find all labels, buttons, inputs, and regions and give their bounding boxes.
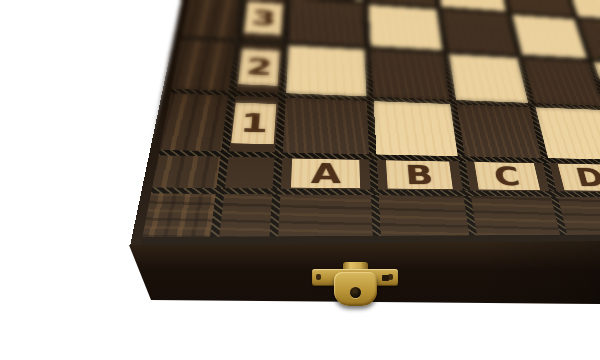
file-label-a: A [291, 159, 360, 189]
latch-hasp-hole [350, 287, 361, 298]
brass-latch [306, 256, 402, 312]
latch-hasp [334, 272, 377, 306]
square-b1 [370, 98, 462, 158]
file-label-b: B [386, 160, 453, 189]
rank-label-3: 3 [244, 2, 283, 35]
file-label-d: D [558, 164, 600, 191]
latch-screw-icon [316, 274, 321, 280]
file-label-c: C [474, 162, 540, 190]
chess-board-top: ABCDEFGH12345678 [130, 0, 600, 246]
square-a2 [282, 43, 370, 98]
rank-label-1: 1 [231, 103, 276, 145]
latch-catch-slot [382, 275, 389, 281]
board-grid: ABCDEFGH12345678 [130, 0, 600, 246]
square-b2 [367, 48, 452, 102]
product-photo-stage: ABCDEFGH12345678 [0, 0, 600, 360]
square-a1 [278, 95, 372, 157]
square-b3 [365, 3, 445, 52]
square-a3 [285, 0, 367, 48]
rank-label-2: 2 [238, 49, 280, 86]
